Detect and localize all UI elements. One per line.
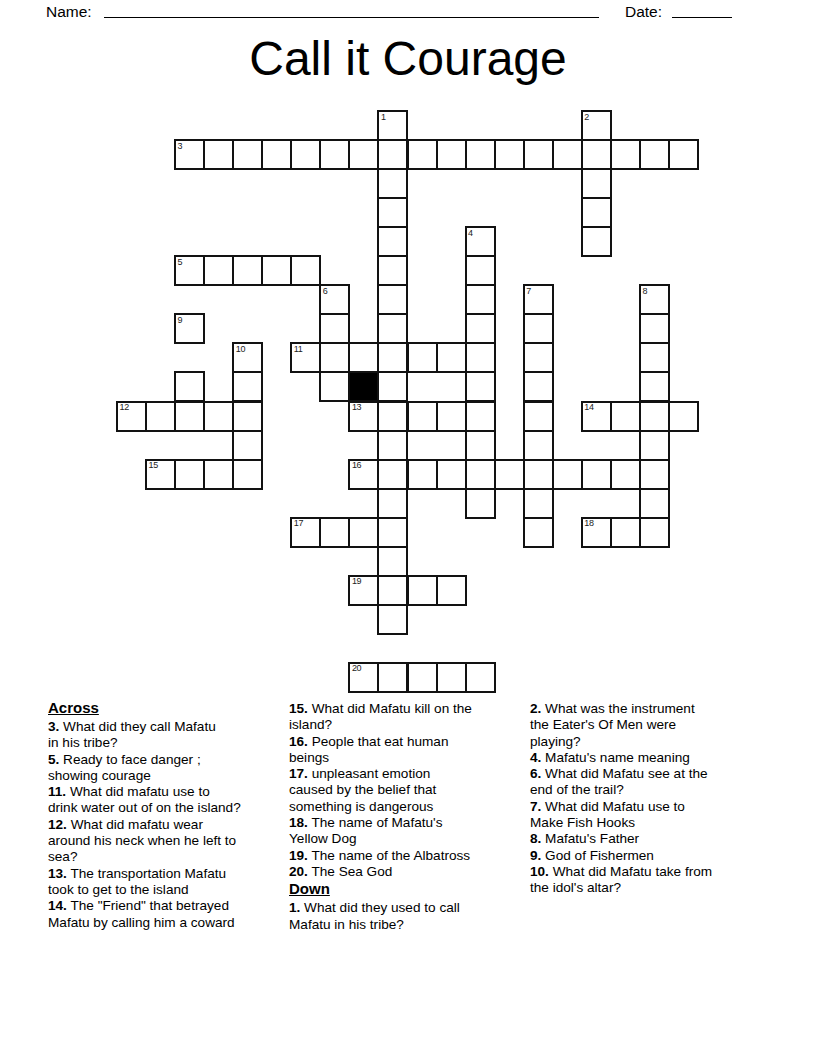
grid-cell[interactable] (377, 662, 408, 693)
grid-cell[interactable] (465, 255, 496, 286)
clue-across-3: 3. What did they call Mafatuin his tribe… (48, 719, 290, 752)
cell-number: 9 (178, 316, 183, 325)
grid-cell[interactable]: 8 (639, 284, 670, 315)
grid-cell[interactable]: 18 (581, 517, 612, 548)
grid-cell[interactable] (639, 371, 670, 402)
grid-cell[interactable] (348, 517, 379, 548)
grid-cell[interactable] (639, 459, 670, 490)
cell-number: 18 (584, 519, 593, 528)
grid-cell[interactable] (232, 459, 263, 490)
clue-number: 19. (289, 848, 308, 863)
clue-number: 6. (530, 766, 541, 781)
grid-cell[interactable] (639, 313, 670, 344)
grid-cell[interactable] (348, 139, 379, 170)
grid-cell[interactable] (639, 139, 670, 170)
grid-cell[interactable]: 1 (377, 110, 408, 141)
grid-cell[interactable] (145, 401, 176, 432)
grid-cell[interactable] (377, 255, 408, 286)
clue-across-17: 17. unpleasant emotioncaused by the beli… (289, 766, 525, 815)
grid-cell[interactable]: 9 (174, 313, 205, 344)
clue-number: 11. (48, 784, 66, 799)
grid-cell[interactable] (639, 342, 670, 373)
grid-cell[interactable] (203, 139, 234, 170)
clue-down-1: 1. What did they used to callMafatu in h… (289, 900, 525, 933)
clue-number: 13. (48, 866, 67, 881)
grid-cell[interactable] (377, 371, 408, 402)
grid-cell[interactable] (319, 139, 350, 170)
grid-cell[interactable] (465, 459, 496, 490)
grid-cell[interactable] (377, 168, 408, 199)
grid-cell[interactable] (610, 139, 641, 170)
clues-column-1: Across3. What did they call Mafatuin his… (48, 699, 290, 931)
cell-number: 11 (294, 345, 303, 354)
grid-cell[interactable] (319, 517, 350, 548)
grid-cell[interactable] (523, 517, 554, 548)
grid-cell[interactable]: 10 (232, 342, 263, 373)
cell-number: 20 (352, 664, 361, 673)
grid-cell[interactable] (494, 139, 525, 170)
grid-cell[interactable] (494, 459, 525, 490)
grid-cell[interactable] (523, 401, 554, 432)
clue-number: 5. (48, 752, 59, 767)
clue-down-4: 4. Mafatu's name meaning (530, 750, 774, 766)
clue-down-9: 9. God of Fishermen (530, 848, 774, 864)
grid-cell[interactable] (581, 459, 612, 490)
clues-column-2: 15. What did Mafatu kill on theisland?16… (289, 701, 525, 933)
grid-cell[interactable] (174, 371, 205, 402)
grid-cell[interactable] (668, 401, 699, 432)
cell-number: 7 (526, 287, 531, 296)
grid-cell[interactable] (639, 401, 670, 432)
cell-number: 12 (120, 403, 129, 412)
clue-across-14: 14. The "Friend" that betrayedMafatu by … (48, 898, 290, 931)
grid-cell[interactable] (465, 313, 496, 344)
grid-cell[interactable]: 7 (523, 284, 554, 315)
date-blank-line[interactable] (672, 1, 732, 18)
clue-number: 12. (48, 817, 67, 832)
clue-number: 15. (289, 701, 308, 716)
grid-cell[interactable] (232, 430, 263, 461)
clue-across-19: 19. The name of the Albatross (289, 848, 525, 864)
cell-number: 4 (468, 229, 473, 238)
grid-cell[interactable]: 4 (465, 226, 496, 257)
grid-cell[interactable] (232, 139, 263, 170)
across-heading: Across (48, 699, 290, 716)
cell-number: 19 (352, 577, 361, 586)
grid-cell[interactable] (552, 139, 583, 170)
grid-cell[interactable] (203, 255, 234, 286)
clue-number: 16. (289, 734, 308, 749)
clue-number: 9. (530, 848, 541, 863)
clue-number: 3. (48, 719, 59, 734)
grid-cell[interactable]: 17 (290, 517, 321, 548)
grid-cell[interactable] (174, 459, 205, 490)
cell-number: 15 (149, 461, 158, 470)
clues-column-3: 2. What was the instrumentthe Eater's Of… (530, 701, 774, 897)
grid-cell[interactable] (581, 168, 612, 199)
grid-cell[interactable] (610, 401, 641, 432)
grid-cell[interactable] (465, 430, 496, 461)
grid-cell[interactable] (377, 284, 408, 315)
grid-cell[interactable]: 13 (348, 401, 379, 432)
cell-number: 16 (352, 461, 361, 470)
grid-cell[interactable] (523, 139, 554, 170)
grid-cell[interactable] (232, 401, 263, 432)
grid-cell[interactable]: 14 (581, 401, 612, 432)
grid-cell[interactable]: 11 (290, 342, 321, 373)
crossword-grid: 1234567891011121314151617181920 (116, 110, 701, 695)
grid-cell[interactable] (407, 575, 438, 606)
grid-cell[interactable] (377, 139, 408, 170)
clue-number: 8. (530, 831, 541, 846)
grid-cell[interactable] (203, 459, 234, 490)
grid-cell[interactable] (465, 284, 496, 315)
grid-cell[interactable] (581, 197, 612, 228)
worksheet-page: { "game": "crossword", "header": { "name… (0, 0, 816, 1056)
clue-number: 17. (289, 766, 308, 781)
clue-across-11: 11. What did mafatu use todrink water ou… (48, 784, 290, 817)
grid-cell[interactable] (465, 342, 496, 373)
grid-cell[interactable] (465, 401, 496, 432)
clue-number: 18. (289, 815, 308, 830)
grid-cell[interactable] (290, 139, 321, 170)
grid-cell[interactable] (581, 226, 612, 257)
grid-cell[interactable] (465, 662, 496, 693)
cell-number: 14 (584, 403, 593, 412)
clue-number: 14. (48, 898, 67, 913)
down-heading: Down (289, 880, 525, 897)
grid-cell[interactable] (377, 197, 408, 228)
cell-number: 17 (294, 519, 303, 528)
cell-number: 1 (381, 113, 386, 122)
grid-cell[interactable] (523, 459, 554, 490)
grid-cell[interactable] (407, 459, 438, 490)
grid-cell[interactable] (610, 517, 641, 548)
grid-cell[interactable] (436, 401, 467, 432)
name-label: Name: (46, 3, 92, 21)
grid-cell[interactable] (523, 371, 554, 402)
grid-cell[interactable] (610, 459, 641, 490)
grid-cell[interactable]: 20 (348, 662, 379, 693)
grid-cell[interactable] (261, 255, 292, 286)
grid-cell[interactable] (407, 662, 438, 693)
cell-number: 6 (323, 287, 328, 296)
grid-cell[interactable]: 6 (319, 284, 350, 315)
grid-cell[interactable] (377, 488, 408, 519)
grid-cell[interactable] (639, 517, 670, 548)
grid-cell[interactable] (581, 139, 612, 170)
grid-cell[interactable]: 19 (348, 575, 379, 606)
grid-cell[interactable] (523, 430, 554, 461)
grid-cell[interactable] (436, 575, 467, 606)
clue-across-20: 20. The Sea God (289, 864, 525, 880)
clue-number: 7. (530, 799, 541, 814)
grid-cell[interactable] (319, 342, 350, 373)
grid-cell[interactable]: 2 (581, 110, 612, 141)
grid-cell[interactable] (377, 313, 408, 344)
grid-cell[interactable] (377, 604, 408, 635)
grid-cell[interactable] (552, 459, 583, 490)
grid-cell[interactable] (523, 313, 554, 344)
clue-down-10: 10. What did Mafatu take fromthe idol's … (530, 864, 774, 897)
grid-cell[interactable] (232, 371, 263, 402)
grid-cell[interactable] (407, 342, 438, 373)
grid-cell[interactable] (523, 342, 554, 373)
grid-cell[interactable] (436, 662, 467, 693)
grid-cell[interactable]: 5 (174, 255, 205, 286)
grid-cell[interactable] (523, 488, 554, 519)
clue-down-6: 6. What did Mafatu see at theend of the … (530, 766, 774, 799)
grid-cell[interactable] (290, 255, 321, 286)
clue-number: 1. (289, 900, 300, 915)
clue-number: 20. (289, 864, 308, 879)
grid-cell[interactable] (203, 401, 234, 432)
grid-cell[interactable] (377, 401, 408, 432)
grid-cell[interactable] (174, 401, 205, 432)
clue-across-13: 13. The transportation Mafatutook to get… (48, 866, 290, 899)
grid-cell[interactable] (407, 139, 438, 170)
clue-down-8: 8. Mafatu's Father (530, 831, 774, 847)
cell-number: 2 (584, 113, 589, 122)
clue-number: 4. (530, 750, 541, 765)
cell-number: 5 (178, 258, 183, 267)
puzzle-title: Call it Courage (0, 34, 816, 84)
date-label: Date: (625, 3, 662, 21)
grid-cell[interactable] (377, 459, 408, 490)
grid-cell[interactable] (319, 313, 350, 344)
cell-number: 3 (178, 142, 183, 151)
grid-cell[interactable] (232, 255, 263, 286)
clue-number: 2. (530, 701, 541, 716)
grid-cell[interactable] (407, 401, 438, 432)
grid-cell[interactable] (348, 342, 379, 373)
cell-number: 8 (642, 287, 647, 296)
clue-across-15: 15. What did Mafatu kill on theisland? (289, 701, 525, 734)
name-blank-line[interactable] (104, 1, 599, 18)
grid-cell[interactable] (668, 139, 699, 170)
blocked-cell (348, 371, 379, 402)
grid-cell[interactable]: 15 (145, 459, 176, 490)
grid-cell[interactable]: 12 (116, 401, 147, 432)
grid-cell[interactable] (436, 459, 467, 490)
clue-down-7: 7. What did Mafatu use toMake Fish Hooks (530, 799, 774, 832)
grid-cell[interactable] (377, 430, 408, 461)
grid-cell[interactable] (465, 371, 496, 402)
grid-cell[interactable] (639, 488, 670, 519)
clue-across-5: 5. Ready to face danger ;showing courage (48, 752, 290, 785)
grid-cell[interactable] (377, 226, 408, 257)
grid-cell[interactable] (436, 342, 467, 373)
grid-cell[interactable]: 3 (174, 139, 205, 170)
grid-cell[interactable] (261, 139, 292, 170)
grid-cell[interactable]: 16 (348, 459, 379, 490)
cell-number: 10 (236, 345, 245, 354)
grid-cell[interactable] (465, 488, 496, 519)
clue-across-16: 16. People that eat humanbeings (289, 734, 525, 767)
grid-cell[interactable] (377, 342, 408, 373)
clue-number: 10. (530, 864, 549, 879)
grid-cell[interactable] (319, 371, 350, 402)
clue-across-18: 18. The name of Mafatu'sYellow Dog (289, 815, 525, 848)
clue-down-2: 2. What was the instrumentthe Eater's Of… (530, 701, 774, 750)
grid-cell[interactable] (465, 139, 496, 170)
grid-cell[interactable] (436, 139, 467, 170)
grid-cell[interactable] (377, 517, 408, 548)
cell-number: 13 (352, 403, 361, 412)
clue-across-12: 12. What did mafatu weararound his neck … (48, 817, 290, 866)
grid-cell[interactable] (377, 575, 408, 606)
grid-cell[interactable] (639, 430, 670, 461)
grid-cell[interactable] (377, 546, 408, 577)
